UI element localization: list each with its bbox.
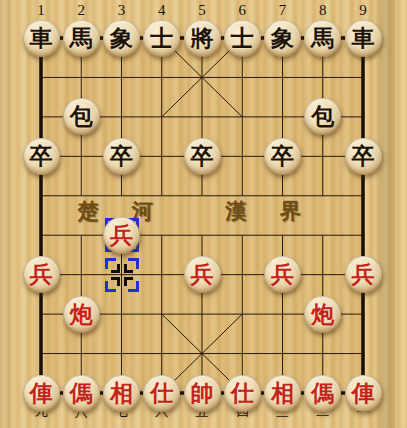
piece-red-soldier[interactable]: 兵 — [103, 217, 140, 254]
piece-red-soldier[interactable]: 兵 — [264, 256, 301, 293]
piece-black-elephant[interactable]: 象 — [264, 20, 301, 57]
file-label-top: 4 — [158, 2, 166, 19]
piece-red-general[interactable]: 帥 — [184, 375, 221, 412]
piece-black-general[interactable]: 將 — [184, 20, 221, 57]
piece-black-soldier[interactable]: 卒 — [264, 138, 301, 175]
piece-black-horse[interactable]: 馬 — [304, 20, 341, 57]
piece-red-chariot[interactable]: 俥 — [345, 375, 382, 412]
piece-black-advisor[interactable]: 士 — [224, 20, 261, 57]
file-label-top: 9 — [359, 2, 367, 19]
piece-black-horse[interactable]: 馬 — [63, 20, 100, 57]
piece-black-soldier[interactable]: 卒 — [103, 138, 140, 175]
piece-black-soldier[interactable]: 卒 — [184, 138, 221, 175]
crosshair-cursor-icon — [109, 262, 135, 288]
piece-red-soldier[interactable]: 兵 — [345, 256, 382, 293]
piece-red-cannon[interactable]: 炮 — [304, 296, 341, 333]
piece-red-horse[interactable]: 傌 — [63, 375, 100, 412]
piece-black-soldier[interactable]: 卒 — [345, 138, 382, 175]
file-label-top: 8 — [319, 2, 327, 19]
piece-red-advisor[interactable]: 仕 — [143, 375, 180, 412]
file-label-top: 1 — [37, 2, 45, 19]
file-label-top: 2 — [78, 2, 86, 19]
file-label-top: 3 — [118, 2, 126, 19]
piece-red-advisor[interactable]: 仕 — [224, 375, 261, 412]
piece-black-soldier[interactable]: 卒 — [23, 138, 60, 175]
piece-black-cannon[interactable]: 包 — [63, 98, 100, 135]
file-label-top: 5 — [198, 2, 206, 19]
xiangqi-board[interactable]: 123456789 九八七六五四三二一 楚 河 漢 界 車馬象士將士象馬車包包卒… — [0, 0, 407, 428]
river-label-right: 漢 界 — [225, 197, 314, 225]
board-grid-lines — [0, 0, 407, 428]
piece-black-advisor[interactable]: 士 — [143, 20, 180, 57]
piece-red-soldier[interactable]: 兵 — [184, 256, 221, 293]
piece-black-elephant[interactable]: 象 — [103, 20, 140, 57]
piece-red-soldier[interactable]: 兵 — [23, 256, 60, 293]
piece-black-chariot[interactable]: 車 — [345, 20, 382, 57]
piece-black-chariot[interactable]: 車 — [23, 20, 60, 57]
piece-red-horse[interactable]: 傌 — [304, 375, 341, 412]
file-label-top: 6 — [239, 2, 247, 19]
file-label-top: 7 — [279, 2, 287, 19]
piece-red-elephant[interactable]: 相 — [264, 375, 301, 412]
piece-red-cannon[interactable]: 炮 — [63, 296, 100, 333]
piece-red-elephant[interactable]: 相 — [103, 375, 140, 412]
piece-red-chariot[interactable]: 俥 — [23, 375, 60, 412]
